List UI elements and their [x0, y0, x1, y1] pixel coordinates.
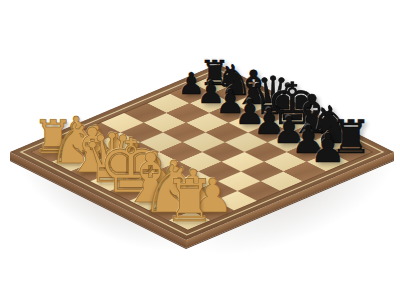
chess-set-photo: ♜♞♝♛♚♝♞♜♟♟♟♟♟♟♟♟♟♟♟♟♟♟♟♟♜♞♝♛♚♝♞♜	[0, 0, 400, 300]
board-squares	[32, 74, 372, 230]
chess-board	[10, 64, 394, 240]
